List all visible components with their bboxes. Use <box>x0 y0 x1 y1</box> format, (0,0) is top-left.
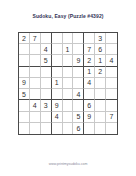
sudoku-cell-empty <box>41 89 52 100</box>
sudoku-cell-empty <box>84 123 95 134</box>
sudoku-cell-empty <box>19 44 30 55</box>
sudoku-cell-empty <box>52 123 63 134</box>
sudoku-cell-empty <box>30 123 41 134</box>
sudoku-cell-given: 5 <box>73 112 84 123</box>
sudoku-cell-given: 6 <box>95 44 106 55</box>
sudoku-cell-empty <box>52 89 63 100</box>
sudoku-cell-given: 9 <box>73 55 84 66</box>
sudoku-cell-given: 7 <box>30 33 41 44</box>
sudoku-cell-empty <box>73 44 84 55</box>
sudoku-cell-empty <box>63 89 74 100</box>
sudoku-cell-empty <box>73 67 84 78</box>
sudoku-cell-empty <box>19 112 30 123</box>
sudoku-cell-empty <box>106 33 117 44</box>
sudoku-cell-empty <box>52 55 63 66</box>
sudoku-cell-given: 6 <box>84 100 95 111</box>
sudoku-cell-given: 6 <box>73 123 84 134</box>
sudoku-cell-empty <box>63 78 74 89</box>
sudoku-cell-empty <box>106 78 117 89</box>
sudoku-cell-given: 9 <box>84 112 95 123</box>
sudoku-cell-given: 9 <box>52 100 63 111</box>
sudoku-cell-empty <box>30 89 41 100</box>
sudoku-cell-given: 7 <box>84 44 95 55</box>
sudoku-cell-given: 7 <box>106 112 117 123</box>
sudoku-cell-given: 4 <box>106 55 117 66</box>
sudoku-cell-given: 5 <box>41 55 52 66</box>
sudoku-cell-empty <box>19 100 30 111</box>
sudoku-cell-empty <box>52 67 63 78</box>
sudoku-cell-empty <box>41 67 52 78</box>
sudoku-cell-empty <box>106 89 117 100</box>
sudoku-cell-empty <box>63 55 74 66</box>
sudoku-cell-empty <box>95 100 106 111</box>
sudoku-cell-empty <box>41 112 52 123</box>
sudoku-cell-empty <box>95 78 106 89</box>
sudoku-cell-empty <box>106 44 117 55</box>
page-title: Sudoku, Easy (Puzzle #4392) <box>0 13 136 19</box>
sudoku-board: 2734176592141291454439645976 <box>18 32 118 135</box>
sudoku-cell-empty <box>106 67 117 78</box>
sudoku-cell-empty <box>73 100 84 111</box>
sudoku-cell-given: 4 <box>52 112 63 123</box>
sudoku-cell-given: 4 <box>41 44 52 55</box>
sudoku-cell-empty <box>41 123 52 134</box>
sudoku-cell-empty <box>73 78 84 89</box>
sudoku-cell-empty <box>95 112 106 123</box>
sudoku-cell-given: 4 <box>30 100 41 111</box>
sudoku-cell-empty <box>41 33 52 44</box>
sudoku-cell-empty <box>30 78 41 89</box>
sudoku-cell-empty <box>106 100 117 111</box>
sudoku-cell-given: 2 <box>19 33 30 44</box>
footer-url: www.printmysudoku.com <box>0 162 136 166</box>
sudoku-cell-empty <box>19 55 30 66</box>
sudoku-cell-given: 3 <box>41 100 52 111</box>
sudoku-cell-empty <box>84 89 95 100</box>
sudoku-cell-empty <box>63 67 74 78</box>
sudoku-cell-given: 4 <box>84 78 95 89</box>
sudoku-cell-empty <box>95 123 106 134</box>
sudoku-cell-given: 2 <box>95 67 106 78</box>
sudoku-cell-empty <box>63 100 74 111</box>
sudoku-cell-given: 9 <box>19 78 30 89</box>
sudoku-cell-empty <box>30 55 41 66</box>
sudoku-cell-empty <box>63 33 74 44</box>
sudoku-cell-given: 3 <box>95 33 106 44</box>
sudoku-cell-given: 1 <box>52 78 63 89</box>
sudoku-cell-given: 1 <box>95 55 106 66</box>
sudoku-cell-given: 1 <box>63 44 74 55</box>
sudoku-cell-empty <box>73 33 84 44</box>
sudoku-cell-empty <box>19 123 30 134</box>
sudoku-cell-empty <box>19 67 30 78</box>
sudoku-cell-empty <box>30 67 41 78</box>
sudoku-cell-given: 2 <box>84 55 95 66</box>
sudoku-cell-empty <box>30 44 41 55</box>
sudoku-cell-given: 4 <box>73 89 84 100</box>
sudoku-cell-empty <box>52 33 63 44</box>
sudoku-cell-given: 5 <box>19 89 30 100</box>
sudoku-cell-given: 1 <box>84 67 95 78</box>
sudoku-cell-empty <box>41 78 52 89</box>
sudoku-cell-empty <box>63 112 74 123</box>
sudoku-cell-empty <box>52 44 63 55</box>
sudoku-cell-empty <box>30 112 41 123</box>
sudoku-cell-empty <box>63 123 74 134</box>
sudoku-cell-empty <box>106 123 117 134</box>
sudoku-cell-empty <box>84 33 95 44</box>
sudoku-cell-empty <box>95 89 106 100</box>
